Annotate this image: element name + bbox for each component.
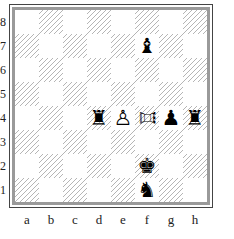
square-c2[interactable] (63, 154, 87, 178)
square-c6[interactable] (63, 58, 87, 82)
square-d3[interactable] (87, 130, 111, 154)
file-label-d: d (87, 212, 111, 228)
square-g8[interactable] (159, 10, 183, 34)
square-a8[interactable] (15, 10, 39, 34)
square-a6[interactable] (15, 58, 39, 82)
chess-board: ♝♜♙♖♟♜♚♞ (15, 10, 207, 202)
square-a3[interactable] (15, 130, 39, 154)
piece-white-pawn[interactable]: ♙ (111, 106, 135, 130)
rank-label-3: 3 (0, 130, 9, 154)
square-h3[interactable] (183, 130, 207, 154)
square-e5[interactable] (111, 82, 135, 106)
square-e8[interactable] (111, 10, 135, 34)
rank-label-8: 8 (0, 10, 9, 34)
file-label-b: b (39, 212, 63, 228)
square-b1[interactable] (39, 178, 63, 202)
square-b5[interactable] (39, 82, 63, 106)
rank-label-2: 2 (0, 154, 9, 178)
square-h4[interactable]: ♜ (183, 106, 207, 130)
square-h8[interactable] (183, 10, 207, 34)
piece-black-king[interactable]: ♚ (135, 154, 159, 178)
rank-label-6: 6 (0, 58, 9, 82)
square-h6[interactable] (183, 58, 207, 82)
square-h1[interactable] (183, 178, 207, 202)
file-labels: abcdefgh (15, 212, 207, 228)
rank-label-5: 5 (0, 82, 9, 106)
square-d1[interactable] (87, 178, 111, 202)
piece-black-knight[interactable]: ♞ (135, 178, 159, 202)
square-h7[interactable] (183, 34, 207, 58)
square-c3[interactable] (63, 130, 87, 154)
file-label-a: a (15, 212, 39, 228)
square-a7[interactable] (15, 34, 39, 58)
square-b2[interactable] (39, 154, 63, 178)
square-f3[interactable] (135, 130, 159, 154)
piece-black-pawn[interactable]: ♟ (159, 106, 183, 130)
rank-label-1: 1 (0, 178, 9, 202)
square-d7[interactable] (87, 34, 111, 58)
chess-diagram: 87654321 ♝♜♙♖♟♜♚♞ abcdefgh (0, 0, 234, 239)
board-inner-frame: ♝♜♙♖♟♜♚♞ (12, 7, 210, 205)
square-c5[interactable] (63, 82, 87, 106)
square-g6[interactable] (159, 58, 183, 82)
square-c8[interactable] (63, 10, 87, 34)
square-e7[interactable] (111, 34, 135, 58)
square-a2[interactable] (15, 154, 39, 178)
file-label-h: h (183, 212, 207, 228)
square-f8[interactable] (135, 10, 159, 34)
square-g1[interactable] (159, 178, 183, 202)
square-d8[interactable] (87, 10, 111, 34)
square-h5[interactable] (183, 82, 207, 106)
file-label-c: c (63, 212, 87, 228)
square-c4[interactable] (63, 106, 87, 130)
piece-white-rook-rotated-90cw[interactable]: ♖ (135, 106, 159, 130)
square-h2[interactable] (183, 154, 207, 178)
rank-label-4: 4 (0, 106, 9, 130)
square-a4[interactable] (15, 106, 39, 130)
square-b8[interactable] (39, 10, 63, 34)
square-a1[interactable] (15, 178, 39, 202)
square-e6[interactable] (111, 58, 135, 82)
square-c7[interactable] (63, 34, 87, 58)
piece-black-rook[interactable]: ♜ (183, 106, 207, 130)
square-e1[interactable] (111, 178, 135, 202)
square-g4[interactable]: ♟ (159, 106, 183, 130)
square-f5[interactable] (135, 82, 159, 106)
square-d5[interactable] (87, 82, 111, 106)
square-g5[interactable] (159, 82, 183, 106)
piece-black-bishop[interactable]: ♝ (135, 34, 159, 58)
square-d6[interactable] (87, 58, 111, 82)
square-f1[interactable]: ♞ (135, 178, 159, 202)
square-b3[interactable] (39, 130, 63, 154)
rank-labels: 87654321 (0, 10, 9, 202)
rank-label-7: 7 (0, 34, 9, 58)
square-c1[interactable] (63, 178, 87, 202)
square-b7[interactable] (39, 34, 63, 58)
square-e4[interactable]: ♙ (111, 106, 135, 130)
square-f2[interactable]: ♚ (135, 154, 159, 178)
square-b4[interactable] (39, 106, 63, 130)
square-d4[interactable]: ♜ (87, 106, 111, 130)
square-g7[interactable] (159, 34, 183, 58)
square-f7[interactable]: ♝ (135, 34, 159, 58)
square-e3[interactable] (111, 130, 135, 154)
piece-black-rook[interactable]: ♜ (87, 106, 111, 130)
square-f4[interactable]: ♖ (135, 106, 159, 130)
file-label-e: e (111, 212, 135, 228)
file-label-g: g (159, 212, 183, 228)
file-label-f: f (135, 212, 159, 228)
square-g2[interactable] (159, 154, 183, 178)
square-e2[interactable] (111, 154, 135, 178)
square-g3[interactable] (159, 130, 183, 154)
square-f6[interactable] (135, 58, 159, 82)
board-frame: ♝♜♙♖♟♜♚♞ (9, 4, 213, 208)
square-b6[interactable] (39, 58, 63, 82)
square-d2[interactable] (87, 154, 111, 178)
square-a5[interactable] (15, 82, 39, 106)
